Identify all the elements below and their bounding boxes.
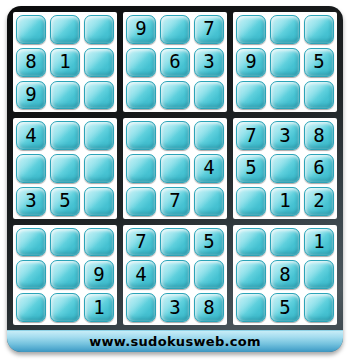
cell-r7c9[interactable]: 1: [304, 228, 334, 257]
cell-value: [195, 188, 223, 215]
cell-value: 4: [195, 155, 223, 182]
cell-r9c8[interactable]: 5: [270, 293, 300, 322]
cell-r7c2[interactable]: [50, 228, 80, 257]
cell-value: 8: [305, 122, 333, 149]
cell-r3c4[interactable]: [126, 81, 156, 110]
cell-value: 7: [161, 188, 189, 215]
cell-value: 1: [51, 49, 79, 76]
cell-value: [161, 122, 189, 149]
cell-r9c3[interactable]: 1: [84, 293, 114, 322]
cell-r2c6[interactable]: 3: [194, 48, 224, 77]
cell-r6c4[interactable]: [126, 187, 156, 216]
cell-value: 9: [127, 16, 155, 43]
cell-r1c6[interactable]: 7: [194, 15, 224, 44]
cell-value: 4: [127, 261, 155, 288]
cell-value: [305, 261, 333, 288]
sudoku-board-container: 8199763954354773856129175438185 www.sudo…: [7, 6, 343, 352]
cell-r7c1[interactable]: [16, 228, 46, 257]
cell-r2c9[interactable]: 5: [304, 48, 334, 77]
cell-value: [51, 229, 79, 256]
cell-value: 1: [85, 294, 113, 321]
cell-r4c7[interactable]: 7: [236, 121, 266, 150]
cell-value: [17, 155, 45, 182]
cell-value: 2: [305, 188, 333, 215]
cell-r3c6[interactable]: [194, 81, 224, 110]
cell-value: [161, 229, 189, 256]
cell-r4c5[interactable]: [160, 121, 190, 150]
cell-r3c3[interactable]: [84, 81, 114, 110]
cell-r4c8[interactable]: 3: [270, 121, 300, 150]
cell-value: 5: [237, 155, 265, 182]
cell-value: [127, 188, 155, 215]
cell-r8c3[interactable]: 9: [84, 260, 114, 289]
cell-r6c1[interactable]: 3: [16, 187, 46, 216]
cell-value: [161, 16, 189, 43]
site-url-link[interactable]: www.sudokusweb.com: [89, 334, 261, 349]
cell-r8c9[interactable]: [304, 260, 334, 289]
cell-r1c7[interactable]: [236, 15, 266, 44]
cell-value: [51, 294, 79, 321]
cell-r8c1[interactable]: [16, 260, 46, 289]
cell-value: 7: [127, 229, 155, 256]
cell-r7c6[interactable]: 5: [194, 228, 224, 257]
cell-value: 3: [271, 122, 299, 149]
cell-r5c4[interactable]: [126, 154, 156, 183]
cell-r7c8[interactable]: [270, 228, 300, 257]
cell-value: 8: [195, 294, 223, 321]
cell-value: [127, 294, 155, 321]
cell-r5c2[interactable]: [50, 154, 80, 183]
box-2-1: 75438: [123, 225, 227, 325]
cell-r1c3[interactable]: [84, 15, 114, 44]
cell-value: 9: [85, 261, 113, 288]
cell-value: [271, 49, 299, 76]
cell-value: [161, 155, 189, 182]
cell-r3c5[interactable]: [160, 81, 190, 110]
cell-value: 6: [161, 49, 189, 76]
cell-value: 9: [237, 49, 265, 76]
footer-bar: www.sudokusweb.com: [7, 330, 343, 352]
cell-value: [271, 82, 299, 109]
cell-r8c5[interactable]: [160, 260, 190, 289]
cell-value: [85, 16, 113, 43]
cell-value: 5: [271, 294, 299, 321]
cell-r1c2[interactable]: [50, 15, 80, 44]
cell-r9c6[interactable]: 8: [194, 293, 224, 322]
cell-r4c2[interactable]: [50, 121, 80, 150]
cell-value: [237, 16, 265, 43]
cell-r8c7[interactable]: [236, 260, 266, 289]
cell-r1c1[interactable]: [16, 15, 46, 44]
cell-r9c5[interactable]: 3: [160, 293, 190, 322]
cell-r1c8[interactable]: [270, 15, 300, 44]
cell-r3c7[interactable]: [236, 81, 266, 110]
cell-r8c4[interactable]: 4: [126, 260, 156, 289]
cell-value: [51, 261, 79, 288]
cell-r8c8[interactable]: 8: [270, 260, 300, 289]
cell-r7c5[interactable]: [160, 228, 190, 257]
cell-r6c2[interactable]: 5: [50, 187, 80, 216]
cell-value: [51, 82, 79, 109]
cell-r7c3[interactable]: [84, 228, 114, 257]
cell-value: 5: [195, 229, 223, 256]
cell-value: [127, 155, 155, 182]
cell-r2c8[interactable]: [270, 48, 300, 77]
cell-r8c6[interactable]: [194, 260, 224, 289]
cell-r4c4[interactable]: [126, 121, 156, 150]
cell-value: 5: [51, 188, 79, 215]
cell-value: 8: [271, 261, 299, 288]
cell-value: [127, 82, 155, 109]
cell-value: [85, 49, 113, 76]
cell-value: [51, 16, 79, 43]
cell-value: [127, 122, 155, 149]
cell-value: 1: [271, 188, 299, 215]
cell-r1c9[interactable]: [304, 15, 334, 44]
cell-value: [85, 82, 113, 109]
cell-r6c3[interactable]: [84, 187, 114, 216]
cell-value: [195, 122, 223, 149]
box-2-2: 185: [233, 225, 337, 325]
cell-value: 3: [161, 294, 189, 321]
box-0-2: 95: [233, 12, 337, 112]
box-1-1: 47: [123, 118, 227, 218]
sudoku-board: 8199763954354773856129175438185: [13, 12, 337, 325]
cell-value: [271, 229, 299, 256]
cell-value: 7: [195, 16, 223, 43]
cell-r5c1[interactable]: [16, 154, 46, 183]
cell-r2c4[interactable]: [126, 48, 156, 77]
cell-value: [17, 261, 45, 288]
cell-value: 5: [305, 49, 333, 76]
cell-value: [85, 188, 113, 215]
cell-value: [237, 188, 265, 215]
cell-r9c1[interactable]: [16, 293, 46, 322]
cell-r2c7[interactable]: 9: [236, 48, 266, 77]
cell-value: 6: [305, 155, 333, 182]
cell-value: [17, 229, 45, 256]
cell-r3c2[interactable]: [50, 81, 80, 110]
cell-r9c7[interactable]: [236, 293, 266, 322]
cell-value: [237, 82, 265, 109]
cell-value: [127, 49, 155, 76]
page: 8199763954354773856129175438185 www.sudo…: [0, 0, 350, 360]
box-1-2: 7385612: [233, 118, 337, 218]
cell-r5c6[interactable]: 4: [194, 154, 224, 183]
cell-value: [237, 229, 265, 256]
cell-value: [305, 294, 333, 321]
cell-r4c1[interactable]: 4: [16, 121, 46, 150]
cell-value: 7: [237, 122, 265, 149]
cell-r2c3[interactable]: [84, 48, 114, 77]
cell-r5c9[interactable]: 6: [304, 154, 334, 183]
cell-r2c5[interactable]: 6: [160, 48, 190, 77]
cell-value: [85, 122, 113, 149]
cell-value: 4: [17, 122, 45, 149]
cell-r7c4[interactable]: 7: [126, 228, 156, 257]
cell-value: [17, 16, 45, 43]
cell-r3c8[interactable]: [270, 81, 300, 110]
cell-r6c7[interactable]: [236, 187, 266, 216]
cell-r6c6[interactable]: [194, 187, 224, 216]
cell-value: [305, 82, 333, 109]
cell-value: [237, 294, 265, 321]
cell-r7c7[interactable]: [236, 228, 266, 257]
cell-r3c1[interactable]: 9: [16, 81, 46, 110]
box-1-0: 435: [13, 118, 117, 218]
cell-r9c4[interactable]: [126, 293, 156, 322]
box-0-0: 819: [13, 12, 117, 112]
cell-r4c9[interactable]: 8: [304, 121, 334, 150]
cell-r2c1[interactable]: 8: [16, 48, 46, 77]
cell-value: [51, 155, 79, 182]
cell-r2c2[interactable]: 1: [50, 48, 80, 77]
cell-value: [17, 294, 45, 321]
cell-r8c2[interactable]: [50, 260, 80, 289]
cell-value: [51, 122, 79, 149]
cell-r3c9[interactable]: [304, 81, 334, 110]
cell-value: [305, 16, 333, 43]
cell-r1c4[interactable]: 9: [126, 15, 156, 44]
cell-value: [237, 261, 265, 288]
box-2-0: 91: [13, 225, 117, 325]
cell-r6c5[interactable]: 7: [160, 187, 190, 216]
cell-value: [271, 155, 299, 182]
cell-value: 3: [17, 188, 45, 215]
cell-value: [195, 82, 223, 109]
box-0-1: 9763: [123, 12, 227, 112]
cell-r6c9[interactable]: 2: [304, 187, 334, 216]
cell-r9c2[interactable]: [50, 293, 80, 322]
cell-value: [161, 82, 189, 109]
cell-value: [161, 261, 189, 288]
cell-value: 1: [305, 229, 333, 256]
cell-r6c8[interactable]: 1: [270, 187, 300, 216]
cell-value: [195, 261, 223, 288]
cell-value: [85, 155, 113, 182]
cell-r9c9[interactable]: [304, 293, 334, 322]
cell-value: [271, 16, 299, 43]
cell-value: 3: [195, 49, 223, 76]
cell-value: 8: [17, 49, 45, 76]
cell-value: 9: [17, 82, 45, 109]
cell-r4c3[interactable]: [84, 121, 114, 150]
cell-r5c8[interactable]: [270, 154, 300, 183]
cell-r5c7[interactable]: 5: [236, 154, 266, 183]
cell-r1c5[interactable]: [160, 15, 190, 44]
cell-r4c6[interactable]: [194, 121, 224, 150]
cell-r5c3[interactable]: [84, 154, 114, 183]
cell-r5c5[interactable]: [160, 154, 190, 183]
cell-value: [85, 229, 113, 256]
